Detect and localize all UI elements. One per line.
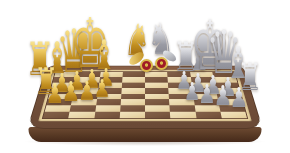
gold-knight: ♞ — [124, 19, 151, 63]
square — [195, 112, 221, 118]
board-grid — [42, 71, 248, 119]
board-front-edge — [29, 127, 262, 142]
square — [43, 112, 70, 118]
chess-board — [27, 66, 263, 129]
silver-fallen-knight-body — [161, 48, 178, 63]
silver-knight: ♞ — [148, 18, 175, 62]
square — [119, 112, 145, 118]
square — [94, 112, 120, 118]
square — [170, 112, 196, 118]
board-maple-border — [38, 70, 252, 122]
square — [68, 112, 94, 118]
square — [145, 112, 171, 118]
gold-fallen-knight-body — [127, 49, 146, 67]
chess-set-product-photo: ♜♝♛♚♝♜♟♟♟♟♟♟♟♟♞♜♝♚♛♝♜♟♟♟♟♟♟♟♟♞ — [0, 0, 290, 153]
square — [220, 112, 247, 118]
